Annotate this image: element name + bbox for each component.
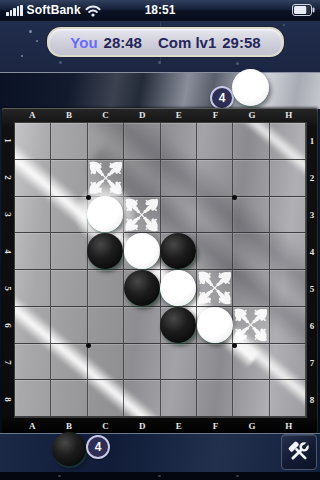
coord-label-4: 4 <box>306 233 318 270</box>
cell-d5[interactable] <box>124 270 160 307</box>
cell-g3[interactable] <box>233 197 269 234</box>
cell-f3[interactable] <box>197 197 233 234</box>
cell-a1[interactable] <box>15 123 51 160</box>
cell-d2[interactable] <box>124 160 160 197</box>
black-disc <box>160 233 196 269</box>
cell-b6[interactable] <box>51 307 87 344</box>
board-star-point <box>86 343 91 348</box>
cell-f5[interactable] <box>197 270 233 307</box>
cell-g8[interactable] <box>233 380 269 417</box>
board-star-point <box>86 195 91 200</box>
cell-d1[interactable] <box>124 123 160 160</box>
coord-label-1: 1 <box>306 122 318 159</box>
cell-g6[interactable] <box>233 307 269 344</box>
legal-move-hint <box>197 270 232 306</box>
cell-b7[interactable] <box>51 344 87 381</box>
black-disc <box>160 307 196 343</box>
cell-f4[interactable] <box>197 233 233 270</box>
coord-label-5: 5 <box>306 270 318 307</box>
status-bar: SoftBank 18:51 <box>0 0 320 21</box>
coord-label-e: E <box>161 108 198 122</box>
cell-d6[interactable] <box>124 307 160 344</box>
cell-e5[interactable] <box>161 270 197 307</box>
star-dot <box>21 55 23 57</box>
you-time: 28:48 <box>104 34 142 51</box>
cell-e3[interactable] <box>161 197 197 234</box>
othello-board: ABCDEFGH 12345678 12345678 ABCDEFGH <box>2 108 318 433</box>
cell-g2[interactable] <box>233 160 269 197</box>
dock-tick <box>58 475 61 477</box>
bottom-bar <box>0 433 320 473</box>
board-grid <box>14 122 307 418</box>
coord-label-e: E <box>161 419 198 433</box>
cell-f6[interactable] <box>197 307 233 344</box>
cell-h3[interactable] <box>270 197 306 234</box>
coord-label-a: A <box>14 108 51 122</box>
cell-a8[interactable] <box>15 380 51 417</box>
cell-d3[interactable] <box>124 197 160 234</box>
cell-a3[interactable] <box>15 197 51 234</box>
column-labels-top: ABCDEFGH <box>14 108 307 122</box>
coord-label-3: 3 <box>306 196 318 233</box>
cell-g7[interactable] <box>233 344 269 381</box>
board-star-point <box>232 343 237 348</box>
star-dot <box>59 61 62 64</box>
tools-icon <box>286 439 312 465</box>
cell-c6[interactable] <box>88 307 124 344</box>
coord-label-f: F <box>197 108 234 122</box>
cell-g5[interactable] <box>233 270 269 307</box>
coord-label-h: H <box>270 419 307 433</box>
coord-label-g: G <box>234 419 271 433</box>
cell-c5[interactable] <box>88 270 124 307</box>
you-label: You <box>70 34 97 51</box>
coord-label-h: H <box>270 108 307 122</box>
cell-e2[interactable] <box>161 160 197 197</box>
cell-h4[interactable] <box>270 233 306 270</box>
legal-move-hint <box>124 197 159 233</box>
coord-label-b: B <box>51 108 88 122</box>
cell-h7[interactable] <box>270 344 306 381</box>
cell-b5[interactable] <box>51 270 87 307</box>
coord-label-2: 2 <box>306 159 318 196</box>
status-time: 18:51 <box>0 3 320 17</box>
white-tray-disc <box>232 69 269 106</box>
cell-d8[interactable] <box>124 380 160 417</box>
cell-e1[interactable] <box>161 123 197 160</box>
com-label: Com lv1 <box>158 34 216 51</box>
dock-tick <box>236 475 239 477</box>
cell-h1[interactable] <box>270 123 306 160</box>
coord-label-c: C <box>87 419 124 433</box>
coord-label-6: 6 <box>306 307 318 344</box>
star-dot <box>236 62 239 65</box>
row-labels-left: 12345678 <box>2 122 14 418</box>
cell-h6[interactable] <box>270 307 306 344</box>
cell-f2[interactable] <box>197 160 233 197</box>
cell-f8[interactable] <box>197 380 233 417</box>
coord-label-d: D <box>124 108 161 122</box>
cell-d7[interactable] <box>124 344 160 381</box>
com-time: 29:58 <box>222 34 260 51</box>
cell-a5[interactable] <box>15 270 51 307</box>
cell-c3[interactable] <box>88 197 124 234</box>
coord-label-8: 8 <box>306 381 318 418</box>
cell-c4[interactable] <box>88 233 124 270</box>
cell-a6[interactable] <box>15 307 51 344</box>
white-disc <box>124 233 160 269</box>
white-disc <box>197 307 233 343</box>
cell-c1[interactable] <box>88 123 124 160</box>
settings-button[interactable] <box>281 434 317 470</box>
battery-icon <box>292 4 315 16</box>
column-labels-bottom: ABCDEFGH <box>14 419 307 433</box>
metal-backdrop <box>0 72 320 109</box>
cell-b1[interactable] <box>51 123 87 160</box>
cell-e6[interactable] <box>161 307 197 344</box>
cell-e7[interactable] <box>161 344 197 381</box>
black-tray-disc <box>52 432 86 466</box>
cell-f7[interactable] <box>197 344 233 381</box>
star-dot <box>29 30 32 33</box>
cell-f1[interactable] <box>197 123 233 160</box>
coord-label-d: D <box>124 419 161 433</box>
coord-label-7: 7 <box>306 344 318 381</box>
cell-g4[interactable] <box>233 233 269 270</box>
cell-a4[interactable] <box>15 233 51 270</box>
cell-d4[interactable] <box>124 233 160 270</box>
legal-move-hint <box>233 307 268 343</box>
cell-b8[interactable] <box>51 380 87 417</box>
cell-h8[interactable] <box>270 380 306 417</box>
cell-e8[interactable] <box>161 380 197 417</box>
cell-g1[interactable] <box>233 123 269 160</box>
star-dot <box>283 24 285 26</box>
cell-c8[interactable] <box>88 380 124 417</box>
game-clock-bar: You 28:48 Com lv1 29:58 <box>47 27 284 57</box>
white-disc <box>160 270 196 306</box>
black-disc <box>124 270 160 306</box>
othello-app-screen: SoftBank 18:51 You 28:48 Com lv1 29:58 4… <box>0 0 320 480</box>
black-disc <box>87 233 123 269</box>
coord-label-c: C <box>87 108 124 122</box>
coord-label-b: B <box>51 419 88 433</box>
star-dot <box>36 40 38 42</box>
black-count-badge: 4 <box>86 435 110 459</box>
dock-tick <box>158 475 161 477</box>
coord-label-a: A <box>14 419 51 433</box>
white-count-badge: 4 <box>210 86 234 110</box>
cell-a7[interactable] <box>15 344 51 381</box>
coord-label-f: F <box>197 419 234 433</box>
board-star-point <box>232 195 237 200</box>
cell-h2[interactable] <box>270 160 306 197</box>
coord-label-g: G <box>234 108 271 122</box>
cell-b4[interactable] <box>51 233 87 270</box>
cell-a2[interactable] <box>15 160 51 197</box>
cell-e4[interactable] <box>161 233 197 270</box>
cell-h5[interactable] <box>270 270 306 307</box>
cell-c7[interactable] <box>88 344 124 381</box>
row-labels-right: 12345678 <box>306 122 318 418</box>
